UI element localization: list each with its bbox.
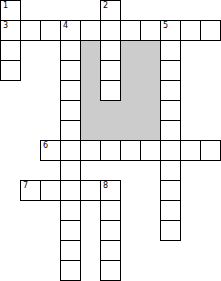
cell-r3c1[interactable] xyxy=(0,40,21,61)
shaded-cell xyxy=(80,60,101,81)
shaded-cell xyxy=(120,40,141,61)
shaded-cell xyxy=(80,40,101,61)
cell-r8c6[interactable] xyxy=(100,140,121,161)
cell-r11c6[interactable] xyxy=(100,200,121,221)
cell-r2c11[interactable] xyxy=(200,20,221,41)
cell-r4c4[interactable] xyxy=(60,60,81,81)
cell-r10c4[interactable] xyxy=(60,180,81,201)
clue-number-2: 2 xyxy=(103,2,108,10)
clue-number-1: 1 xyxy=(3,2,8,10)
cell-r14c6[interactable] xyxy=(100,260,121,281)
cell-r2c1[interactable]: 3 xyxy=(0,20,21,41)
shaded-cell xyxy=(80,120,101,141)
cell-r3c4[interactable] xyxy=(60,40,81,61)
shaded-cell xyxy=(120,80,141,101)
cell-r8c10[interactable] xyxy=(180,140,201,161)
cell-r8c4[interactable] xyxy=(60,140,81,161)
cell-r3c6[interactable] xyxy=(100,40,121,61)
shaded-cell xyxy=(120,100,141,121)
shaded-cell xyxy=(140,60,161,81)
cell-r7c4[interactable] xyxy=(60,120,81,141)
shaded-cell xyxy=(80,100,101,121)
cell-r2c10[interactable] xyxy=(180,20,201,41)
cell-r3c9[interactable] xyxy=(160,40,181,61)
cell-r2c4[interactable]: 4 xyxy=(60,20,81,41)
cell-r1c1[interactable]: 1 xyxy=(0,0,21,21)
cell-r4c9[interactable] xyxy=(160,60,181,81)
cell-r2c6[interactable] xyxy=(100,20,121,41)
cell-r2c3[interactable] xyxy=(40,20,61,41)
cell-r4c1[interactable] xyxy=(0,60,21,81)
cell-r2c2[interactable] xyxy=(20,20,41,41)
shaded-cell xyxy=(140,80,161,101)
cell-r5c6[interactable] xyxy=(100,80,121,101)
cell-r2c9[interactable]: 5 xyxy=(160,20,181,41)
cell-r12c6[interactable] xyxy=(100,220,121,241)
shaded-cell xyxy=(140,40,161,61)
shaded-cell xyxy=(140,100,161,121)
cell-r14c4[interactable] xyxy=(60,260,81,281)
shaded-cell xyxy=(100,120,121,141)
cell-r8c9[interactable] xyxy=(160,140,181,161)
cell-r6c4[interactable] xyxy=(60,100,81,121)
cell-r12c4[interactable] xyxy=(60,220,81,241)
cell-r8c5[interactable] xyxy=(80,140,101,161)
clue-number-4: 4 xyxy=(63,22,68,30)
cell-r8c8[interactable] xyxy=(140,140,161,161)
clue-number-5: 5 xyxy=(163,22,168,30)
cell-r6c9[interactable] xyxy=(160,100,181,121)
crossword-grid: 12345678 xyxy=(0,0,221,281)
shaded-cell xyxy=(140,120,161,141)
cell-r10c9[interactable] xyxy=(160,180,181,201)
shaded-cell xyxy=(100,100,121,121)
cell-r9c4[interactable] xyxy=(60,160,81,181)
clue-number-7: 7 xyxy=(23,182,28,190)
shaded-cell xyxy=(80,80,101,101)
shaded-cell xyxy=(120,120,141,141)
cell-r1c6[interactable]: 2 xyxy=(100,0,121,21)
shaded-cell xyxy=(120,60,141,81)
cell-r5c9[interactable] xyxy=(160,80,181,101)
cell-r9c9[interactable] xyxy=(160,160,181,181)
cell-r11c4[interactable] xyxy=(60,200,81,221)
cell-r2c5[interactable] xyxy=(80,20,101,41)
cell-r8c3[interactable]: 6 xyxy=(40,140,61,161)
cell-r2c8[interactable] xyxy=(140,20,161,41)
cell-r8c11[interactable] xyxy=(200,140,221,161)
clue-number-3: 3 xyxy=(3,22,8,30)
cell-r13c4[interactable] xyxy=(60,240,81,261)
clue-number-6: 6 xyxy=(43,142,48,150)
cell-r10c5[interactable] xyxy=(80,180,101,201)
cell-r13c6[interactable] xyxy=(100,240,121,261)
cell-r8c7[interactable] xyxy=(120,140,141,161)
cell-r10c6[interactable]: 8 xyxy=(100,180,121,201)
cell-r10c3[interactable] xyxy=(40,180,61,201)
cell-r10c2[interactable]: 7 xyxy=(20,180,41,201)
cell-r4c6[interactable] xyxy=(100,60,121,81)
cell-r11c9[interactable] xyxy=(160,200,181,221)
clue-number-8: 8 xyxy=(103,182,108,190)
cell-r2c7[interactable] xyxy=(120,20,141,41)
cell-r12c9[interactable] xyxy=(160,220,181,241)
cell-r7c9[interactable] xyxy=(160,120,181,141)
cell-r5c4[interactable] xyxy=(60,80,81,101)
